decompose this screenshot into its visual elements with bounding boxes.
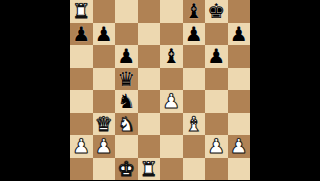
black-bishop-piece[interactable]: ♝ [185, 0, 203, 22]
white-queen-piece[interactable]: ♛ [95, 113, 113, 135]
square-c7[interactable] [115, 23, 138, 46]
square-c3[interactable]: ♞ [115, 113, 138, 136]
black-pawn-piece[interactable]: ♟ [230, 23, 248, 45]
square-a5[interactable] [70, 68, 93, 91]
square-b6[interactable] [93, 45, 116, 68]
black-bishop-piece[interactable]: ♝ [162, 45, 180, 67]
square-a4[interactable] [70, 90, 93, 113]
square-d5[interactable] [138, 68, 161, 91]
square-b5[interactable] [93, 68, 116, 91]
square-g7[interactable] [205, 23, 228, 46]
white-bishop-piece[interactable]: ♝ [185, 113, 203, 135]
square-d8[interactable] [138, 0, 161, 23]
white-rook-piece[interactable]: ♜ [140, 158, 158, 180]
square-e5[interactable] [160, 68, 183, 91]
square-a7[interactable]: ♟ [70, 23, 93, 46]
square-g2[interactable]: ♟ [205, 135, 228, 158]
square-f5[interactable] [183, 68, 206, 91]
square-e4[interactable]: ♟ [160, 90, 183, 113]
black-pawn-piece[interactable]: ♟ [95, 23, 113, 45]
chess-board: ♜♝♚♟♟♟♟♟♝♟♛♞♟♛♞♝♟♟♟♟♚♜ [70, 0, 250, 180]
square-e8[interactable] [160, 0, 183, 23]
white-pawn-piece[interactable]: ♟ [230, 135, 248, 157]
square-f3[interactable]: ♝ [183, 113, 206, 136]
square-d1[interactable]: ♜ [138, 158, 161, 181]
white-pawn-piece[interactable]: ♟ [95, 135, 113, 157]
black-pawn-piece[interactable]: ♟ [207, 45, 225, 67]
white-king-piece[interactable]: ♚ [117, 158, 135, 180]
black-pawn-piece[interactable]: ♟ [117, 45, 135, 67]
letterbox-right [250, 0, 320, 180]
square-b4[interactable] [93, 90, 116, 113]
square-a6[interactable] [70, 45, 93, 68]
white-pawn-piece[interactable]: ♟ [72, 135, 90, 157]
square-g1[interactable] [205, 158, 228, 181]
square-h6[interactable] [228, 45, 251, 68]
square-h5[interactable] [228, 68, 251, 91]
square-a8[interactable]: ♜ [70, 0, 93, 23]
app-window: ♜♝♚♟♟♟♟♟♝♟♛♞♟♛♞♝♟♟♟♟♚♜ [0, 0, 320, 180]
square-d3[interactable] [138, 113, 161, 136]
square-e1[interactable] [160, 158, 183, 181]
square-b2[interactable]: ♟ [93, 135, 116, 158]
letterbox-left [0, 0, 70, 180]
square-h3[interactable] [228, 113, 251, 136]
square-b3[interactable]: ♛ [93, 113, 116, 136]
square-g6[interactable]: ♟ [205, 45, 228, 68]
square-e2[interactable] [160, 135, 183, 158]
square-b8[interactable] [93, 0, 116, 23]
square-h1[interactable] [228, 158, 251, 181]
square-h2[interactable]: ♟ [228, 135, 251, 158]
square-b1[interactable] [93, 158, 116, 181]
square-c6[interactable]: ♟ [115, 45, 138, 68]
square-h7[interactable]: ♟ [228, 23, 251, 46]
square-f7[interactable]: ♟ [183, 23, 206, 46]
square-g3[interactable] [205, 113, 228, 136]
white-rook-piece[interactable]: ♜ [72, 0, 90, 22]
square-g4[interactable] [205, 90, 228, 113]
square-c4[interactable]: ♞ [115, 90, 138, 113]
square-e7[interactable] [160, 23, 183, 46]
square-c1[interactable]: ♚ [115, 158, 138, 181]
white-pawn-piece[interactable]: ♟ [207, 135, 225, 157]
black-queen-piece[interactable]: ♛ [117, 68, 135, 90]
square-d7[interactable] [138, 23, 161, 46]
square-d4[interactable] [138, 90, 161, 113]
square-f8[interactable]: ♝ [183, 0, 206, 23]
square-c2[interactable] [115, 135, 138, 158]
square-c8[interactable] [115, 0, 138, 23]
square-e6[interactable]: ♝ [160, 45, 183, 68]
square-f1[interactable] [183, 158, 206, 181]
square-g8[interactable]: ♚ [205, 0, 228, 23]
white-knight-piece[interactable]: ♞ [117, 113, 135, 135]
square-a3[interactable] [70, 113, 93, 136]
square-f4[interactable] [183, 90, 206, 113]
square-a2[interactable]: ♟ [70, 135, 93, 158]
square-f6[interactable] [183, 45, 206, 68]
square-d6[interactable] [138, 45, 161, 68]
square-b7[interactable]: ♟ [93, 23, 116, 46]
white-pawn-piece[interactable]: ♟ [162, 90, 180, 112]
black-pawn-piece[interactable]: ♟ [185, 23, 203, 45]
square-f2[interactable] [183, 135, 206, 158]
square-a1[interactable] [70, 158, 93, 181]
square-h8[interactable] [228, 0, 251, 23]
square-c5[interactable]: ♛ [115, 68, 138, 91]
square-g5[interactable] [205, 68, 228, 91]
black-knight-piece[interactable]: ♞ [117, 90, 135, 112]
square-e3[interactable] [160, 113, 183, 136]
black-pawn-piece[interactable]: ♟ [72, 23, 90, 45]
square-h4[interactable] [228, 90, 251, 113]
square-d2[interactable] [138, 135, 161, 158]
black-king-piece[interactable]: ♚ [207, 0, 225, 22]
